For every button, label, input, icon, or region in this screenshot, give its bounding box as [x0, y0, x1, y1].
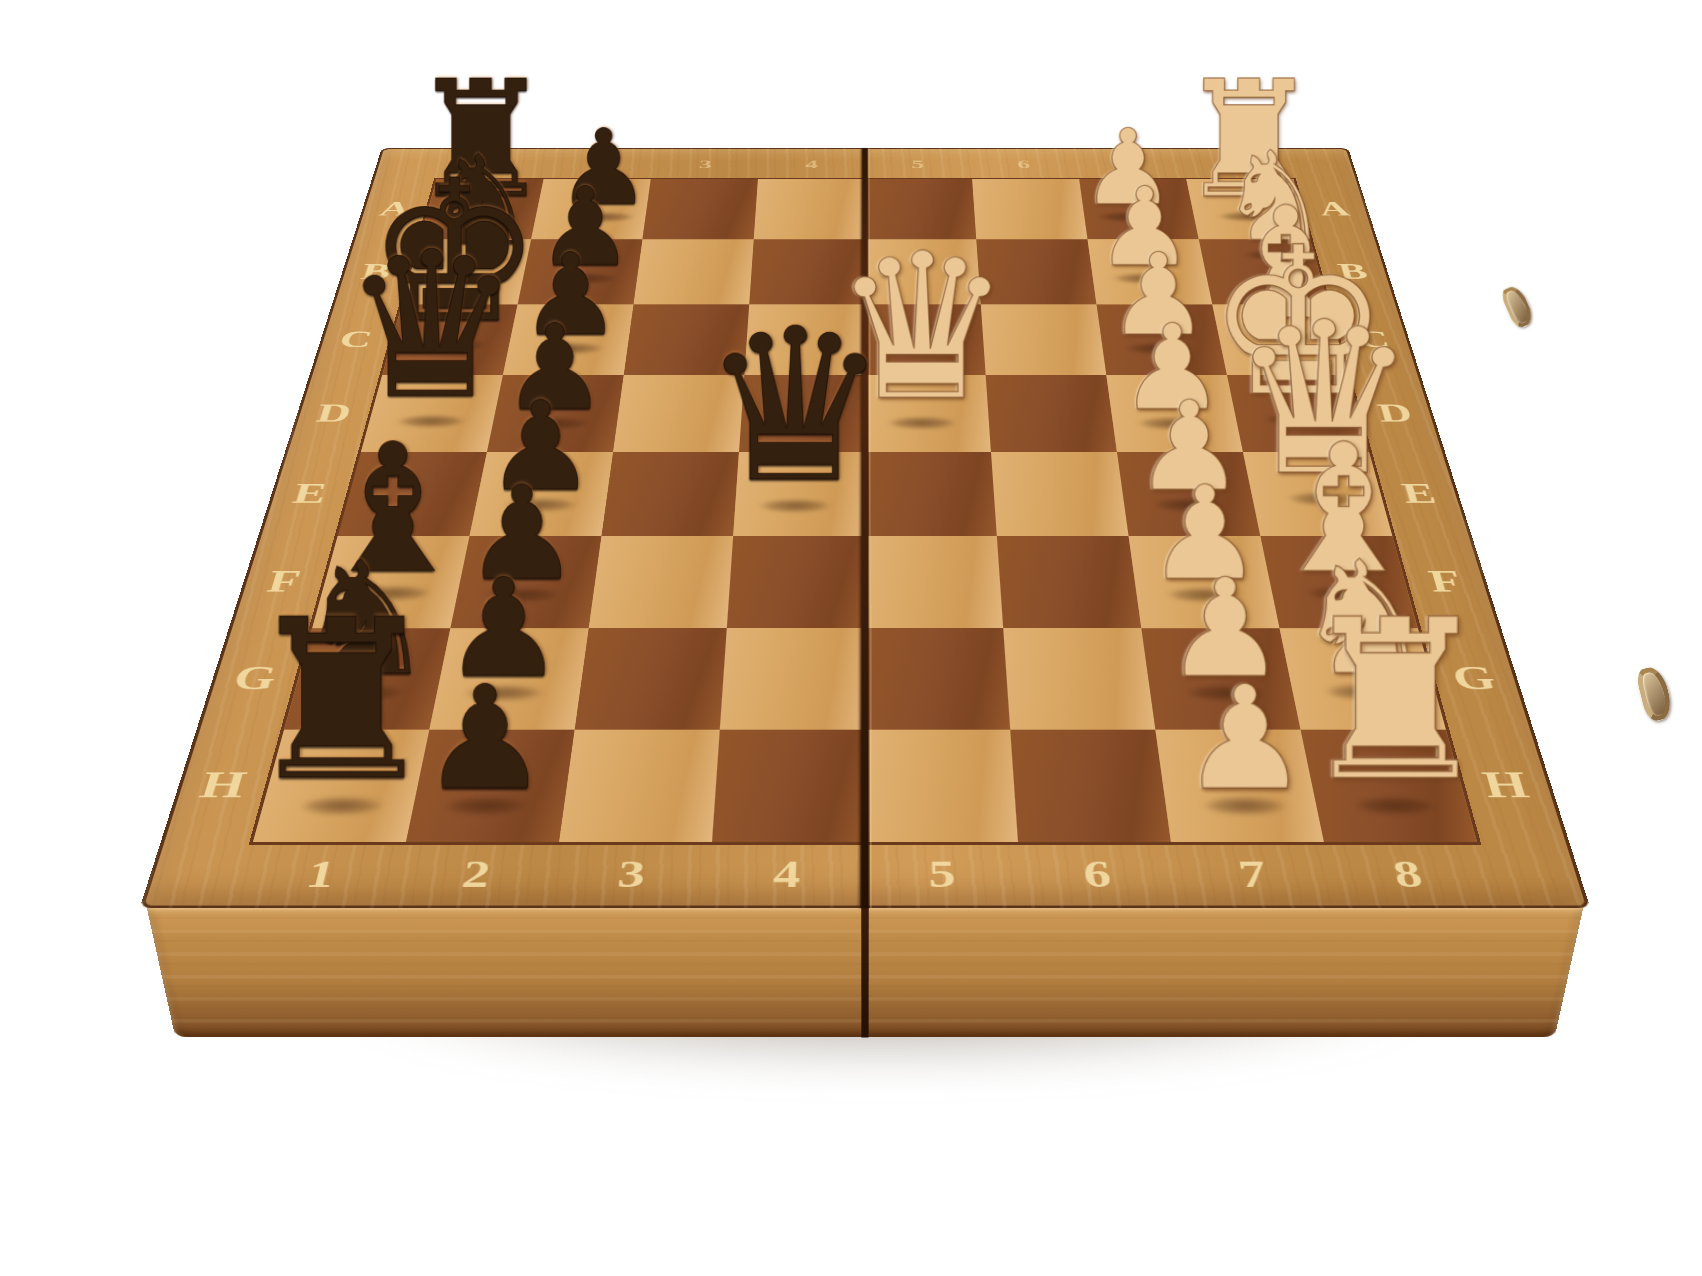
box-front-face — [146, 906, 1583, 1037]
square-f8: ♝ — [1260, 536, 1417, 628]
square-c4 — [744, 304, 865, 375]
square-e2: ♟ — [470, 452, 613, 536]
square-d8: ♚ — [1227, 375, 1369, 452]
square-e8: ♛ — [1243, 452, 1392, 536]
square-d5: ♛ — [865, 375, 991, 452]
square-g3 — [575, 628, 727, 730]
square-h4 — [712, 730, 865, 842]
square-a5 — [865, 179, 976, 239]
piece-contact-shadow — [1251, 411, 1347, 428]
perspective-scene: ♜♟♟♜♞♟♟♞♚♟♟♝♛♟♛♟♚♟♛♟♛♝♟♟♝♞♟♟♞♜♟♟♜ ABCDEF… — [285, 0, 1445, 1088]
piece-contact-shadow — [1336, 793, 1454, 818]
board-top-surface: ♜♟♟♜♞♟♟♞♚♟♟♝♛♟♛♟♚♟♛♟♛♝♟♟♝♞♟♟♞♜♟♟♜ ABCDEF… — [140, 148, 1591, 908]
light-pawn-f7: ♟ — [1147, 473, 1263, 596]
piece-contact-shadow — [439, 252, 526, 266]
square-f3 — [589, 536, 734, 628]
piece-contact-shadow — [525, 340, 616, 356]
fold-seam-front — [861, 906, 868, 1037]
square-c1: ♚ — [382, 304, 517, 375]
square-g8: ♞ — [1280, 628, 1446, 730]
square-b7: ♟ — [1088, 239, 1213, 304]
rank-label-back-4: 4 — [758, 148, 865, 179]
rank-label-front-7: 7 — [1171, 842, 1338, 908]
square-a8: ♜ — [1186, 179, 1310, 239]
square-g6 — [1003, 628, 1155, 730]
square-b1: ♞ — [402, 239, 531, 304]
rank-label-front-4: 4 — [707, 842, 865, 908]
square-f1: ♝ — [312, 536, 469, 628]
piece-contact-shadow — [562, 210, 645, 223]
square-f5 — [865, 536, 1003, 628]
piece-contact-shadow — [282, 793, 399, 818]
square-f4 — [727, 536, 865, 628]
piece-contact-shadow — [1290, 583, 1395, 604]
square-d7: ♟ — [1106, 375, 1243, 452]
piece-contact-shadow — [507, 415, 602, 432]
square-c7: ♟ — [1097, 304, 1227, 375]
square-d6 — [986, 375, 1117, 452]
product-photo-canvas: ♜♟♟♜♞♟♟♞♚♟♟♝♛♟♛♟♚♟♛♟♛♝♟♟♝♞♟♟♞♜♟♟♜ ABCDEF… — [0, 0, 1702, 1276]
piece-contact-shadow — [470, 585, 574, 606]
piece-contact-shadow — [1309, 681, 1420, 704]
fold-seam — [861, 148, 870, 908]
square-d1: ♛ — [361, 375, 503, 452]
square-h6 — [1010, 730, 1171, 842]
square-g1: ♞ — [284, 628, 450, 730]
piece-contact-shadow — [1170, 682, 1280, 705]
square-g4 — [720, 628, 865, 730]
latch-hook-shape — [1499, 283, 1536, 330]
square-g5 — [865, 628, 1010, 730]
rank-label-back-6: 6 — [970, 148, 1079, 179]
square-d2: ♟ — [487, 375, 624, 452]
piece-contact-shadow — [542, 271, 629, 285]
square-b3 — [633, 239, 753, 304]
piece-contact-shadow — [310, 682, 421, 705]
piece-contact-shadow — [746, 496, 843, 515]
square-e7: ♟ — [1117, 452, 1260, 536]
rank-label-front-5: 5 — [865, 842, 1023, 908]
piece-contact-shadow — [1125, 415, 1220, 432]
piece-contact-shadow — [1087, 210, 1170, 223]
rank-label-back-3: 3 — [651, 148, 760, 179]
square-f6 — [997, 536, 1142, 628]
rank-label-back-5: 5 — [865, 148, 972, 179]
square-b2: ♟ — [518, 239, 643, 304]
piece-contact-shadow — [1207, 210, 1291, 223]
square-a1: ♜ — [420, 179, 544, 239]
piece-contact-shadow — [1153, 585, 1257, 606]
square-e4: ♛ — [733, 452, 865, 536]
piece-contact-shadow — [1140, 496, 1239, 515]
square-a7: ♟ — [1079, 179, 1199, 239]
square-b5 — [865, 239, 981, 304]
piece-contact-shadow — [383, 413, 479, 430]
rank-label-back-1: 1 — [437, 148, 551, 179]
square-h5 — [865, 730, 1018, 842]
square-c5 — [865, 304, 986, 375]
piece-contact-shadow — [1231, 248, 1318, 262]
square-a4 — [754, 179, 865, 239]
square-d4 — [739, 375, 865, 452]
square-h3 — [559, 730, 720, 842]
piece-contact-shadow — [439, 210, 523, 223]
folding-chess-board: ♜♟♟♜♞♟♟♞♚♟♟♝♛♟♛♟♚♟♛♟♛♝♟♟♝♞♟♟♞♜♟♟♜ ABCDEF… — [140, 148, 1591, 908]
square-c3 — [624, 304, 750, 375]
piece-contact-shadow — [409, 338, 501, 354]
square-b8: ♞ — [1199, 239, 1328, 304]
rank-label-back-2: 2 — [544, 148, 655, 179]
square-a2: ♟ — [531, 179, 651, 239]
square-a6 — [972, 179, 1087, 239]
square-b4 — [749, 239, 865, 304]
piece-contact-shadow — [1113, 340, 1204, 356]
file-label-right-G: G — [1418, 628, 1534, 730]
piece-contact-shadow — [491, 496, 590, 515]
rank-label-front-6: 6 — [1018, 842, 1180, 908]
square-h7: ♟ — [1155, 730, 1324, 842]
rank-label-back-8: 8 — [1180, 148, 1294, 179]
latch-hook-shape — [1634, 664, 1674, 723]
piece-contact-shadow — [876, 414, 968, 431]
dark-pawn-h2: ♟ — [421, 671, 550, 807]
rank-label-front-1: 1 — [235, 842, 406, 908]
piece-contact-shadow — [1274, 490, 1374, 509]
square-h2: ♟ — [406, 730, 575, 842]
square-e6 — [991, 452, 1129, 536]
rank-label-back-7: 7 — [1075, 148, 1186, 179]
square-g7: ♟ — [1141, 628, 1300, 730]
piece-contact-shadow — [1101, 271, 1188, 285]
square-h1: ♜ — [253, 730, 429, 842]
square-f2: ♟ — [450, 536, 601, 628]
file-label-left-G: G — [197, 628, 313, 730]
piece-contact-shadow — [449, 682, 559, 705]
dark-pawn-f2: ♟ — [464, 473, 580, 596]
square-e5 — [865, 452, 997, 536]
piece-contact-shadow — [428, 793, 544, 818]
square-d3 — [613, 375, 744, 452]
square-c8: ♝ — [1212, 304, 1347, 375]
square-h8: ♜ — [1301, 730, 1477, 842]
piece-contact-shadow — [1240, 329, 1331, 345]
rank-label-front-8: 8 — [1324, 842, 1495, 908]
square-b6 — [976, 239, 1096, 304]
square-e1 — [338, 452, 487, 536]
rank-label-front-3: 3 — [550, 842, 712, 908]
rank-label-front-2: 2 — [392, 842, 559, 908]
square-c6 — [981, 304, 1107, 375]
square-e3 — [601, 452, 739, 536]
piece-contact-shadow — [340, 583, 445, 604]
square-a3 — [642, 179, 757, 239]
metal-latch-hook-icon — [1494, 283, 1532, 330]
square-c2: ♟ — [503, 304, 633, 375]
square-g2: ♟ — [429, 628, 588, 730]
metal-latch-hook-icon — [1628, 663, 1670, 721]
square-f7: ♟ — [1129, 536, 1280, 628]
piece-contact-shadow — [1187, 793, 1303, 818]
light-pawn-h7: ♟ — [1180, 671, 1309, 807]
